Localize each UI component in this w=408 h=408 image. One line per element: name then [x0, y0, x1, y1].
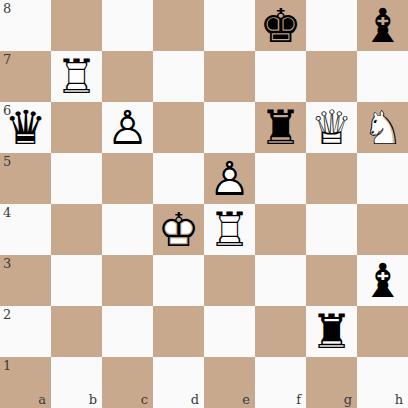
square-g1[interactable]: g	[306, 357, 357, 408]
square-h8[interactable]: ♝	[357, 0, 408, 51]
rank-label-3: 3	[3, 257, 11, 270]
square-a6[interactable]: 6♛	[0, 102, 51, 153]
square-c8[interactable]	[102, 0, 153, 51]
square-c2[interactable]	[102, 306, 153, 357]
square-c7[interactable]	[102, 51, 153, 102]
square-g3[interactable]	[306, 255, 357, 306]
square-a5[interactable]: 5	[0, 153, 51, 204]
square-d6[interactable]	[153, 102, 204, 153]
square-f5[interactable]	[255, 153, 306, 204]
white-queen-outline: ♕	[306, 102, 357, 153]
white-queen[interactable]: ♛♕	[306, 102, 357, 153]
square-a8[interactable]: 8	[0, 0, 51, 51]
square-a4[interactable]: 4	[0, 204, 51, 255]
black-king[interactable]: ♚	[255, 0, 306, 51]
square-a7[interactable]: 7	[0, 51, 51, 102]
square-c4[interactable]	[102, 204, 153, 255]
square-g7[interactable]	[306, 51, 357, 102]
square-c3[interactable]	[102, 255, 153, 306]
rank-label-4: 4	[3, 206, 11, 219]
rank-label-2: 2	[3, 308, 11, 321]
square-d2[interactable]	[153, 306, 204, 357]
black-rook[interactable]: ♜	[306, 306, 357, 357]
rank-label-5: 5	[3, 155, 11, 168]
square-c1[interactable]: c	[102, 357, 153, 408]
square-e2[interactable]	[204, 306, 255, 357]
square-d7[interactable]	[153, 51, 204, 102]
square-a2[interactable]: 2	[0, 306, 51, 357]
square-e5[interactable]: ♟♙	[204, 153, 255, 204]
square-e7[interactable]	[204, 51, 255, 102]
file-label-f: f	[296, 393, 301, 406]
file-label-e: e	[242, 393, 250, 406]
square-g8[interactable]	[306, 0, 357, 51]
square-b5[interactable]	[51, 153, 102, 204]
square-b7[interactable]: ♜♖	[51, 51, 102, 102]
rank-label-7: 7	[3, 53, 11, 66]
square-b4[interactable]	[51, 204, 102, 255]
square-f7[interactable]	[255, 51, 306, 102]
square-e1[interactable]: e	[204, 357, 255, 408]
square-d3[interactable]	[153, 255, 204, 306]
black-bishop[interactable]: ♝	[357, 0, 408, 51]
square-h3[interactable]: ♝	[357, 255, 408, 306]
white-pawn-outline: ♙	[102, 102, 153, 153]
square-h4[interactable]	[357, 204, 408, 255]
file-label-a: a	[38, 393, 46, 406]
square-h7[interactable]	[357, 51, 408, 102]
chess-board: 8♚♝7♜♖6♛♟♙♜♛♕♞♘5♟♙4♚♔♜♖3♝2♜1abcdefgh	[0, 0, 408, 408]
white-knight[interactable]: ♞♘	[357, 102, 408, 153]
black-rook[interactable]: ♜	[255, 102, 306, 153]
white-knight-outline: ♘	[357, 102, 408, 153]
black-bishop[interactable]: ♝	[357, 255, 408, 306]
file-label-h: h	[395, 393, 403, 406]
square-e4[interactable]: ♜♖	[204, 204, 255, 255]
square-c5[interactable]	[102, 153, 153, 204]
square-e3[interactable]	[204, 255, 255, 306]
square-a3[interactable]: 3	[0, 255, 51, 306]
square-g2[interactable]: ♜	[306, 306, 357, 357]
white-rook[interactable]: ♜♖	[51, 51, 102, 102]
square-f2[interactable]	[255, 306, 306, 357]
white-rook-outline: ♖	[51, 51, 102, 102]
square-e8[interactable]	[204, 0, 255, 51]
square-b1[interactable]: b	[51, 357, 102, 408]
square-d5[interactable]	[153, 153, 204, 204]
square-g5[interactable]	[306, 153, 357, 204]
file-label-b: b	[89, 393, 97, 406]
square-e6[interactable]	[204, 102, 255, 153]
square-f8[interactable]: ♚	[255, 0, 306, 51]
square-c6[interactable]: ♟♙	[102, 102, 153, 153]
file-label-d: d	[191, 393, 199, 406]
square-f3[interactable]	[255, 255, 306, 306]
square-f6[interactable]: ♜	[255, 102, 306, 153]
square-d8[interactable]	[153, 0, 204, 51]
white-rook[interactable]: ♜♖	[204, 204, 255, 255]
square-f4[interactable]	[255, 204, 306, 255]
rank-label-8: 8	[3, 2, 11, 15]
white-king[interactable]: ♚♔	[153, 204, 204, 255]
square-h2[interactable]	[357, 306, 408, 357]
square-h6[interactable]: ♞♘	[357, 102, 408, 153]
file-label-g: g	[344, 393, 352, 406]
square-d4[interactable]: ♚♔	[153, 204, 204, 255]
square-h5[interactable]	[357, 153, 408, 204]
white-pawn[interactable]: ♟♙	[204, 153, 255, 204]
square-f1[interactable]: f	[255, 357, 306, 408]
square-g6[interactable]: ♛♕	[306, 102, 357, 153]
square-b3[interactable]	[51, 255, 102, 306]
white-pawn-outline: ♙	[204, 153, 255, 204]
white-pawn[interactable]: ♟♙	[102, 102, 153, 153]
black-queen[interactable]: ♛	[0, 102, 51, 153]
square-b6[interactable]	[51, 102, 102, 153]
square-a1[interactable]: 1a	[0, 357, 51, 408]
white-rook-outline: ♖	[204, 204, 255, 255]
square-h1[interactable]: h	[357, 357, 408, 408]
square-b2[interactable]	[51, 306, 102, 357]
square-d1[interactable]: d	[153, 357, 204, 408]
white-king-outline: ♔	[153, 204, 204, 255]
square-b8[interactable]	[51, 0, 102, 51]
square-g4[interactable]	[306, 204, 357, 255]
rank-label-1: 1	[3, 359, 11, 372]
file-label-c: c	[141, 393, 148, 406]
